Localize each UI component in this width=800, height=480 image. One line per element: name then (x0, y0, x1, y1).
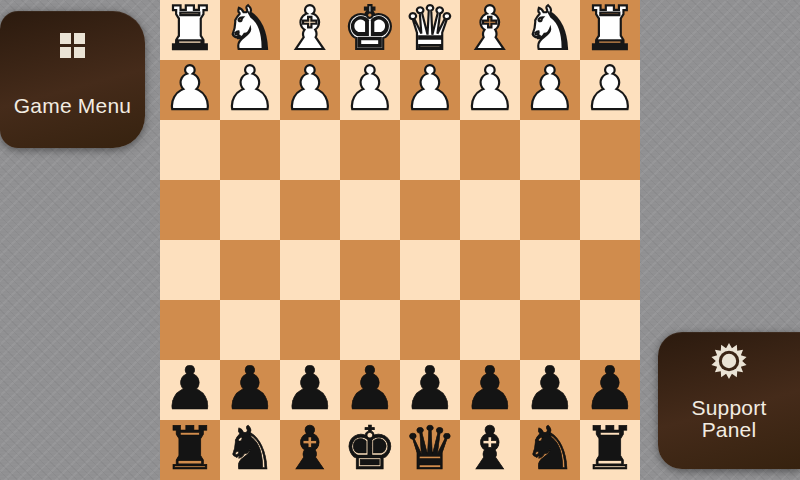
sun-icon (711, 343, 747, 379)
piece-bP: ♟ (463, 358, 517, 418)
square-h5[interactable] (160, 240, 220, 300)
square-f2[interactable]: ♟ (280, 60, 340, 120)
piece-wP: ♟ (403, 58, 457, 118)
square-g2[interactable]: ♟ (220, 60, 280, 120)
piece-wK: ♚ (343, 0, 397, 58)
grid-menu-icon (60, 33, 85, 58)
square-c7[interactable]: ♟ (460, 360, 520, 420)
square-f5[interactable] (280, 240, 340, 300)
square-c8[interactable]: ♝ (460, 420, 520, 480)
square-g6[interactable] (220, 300, 280, 360)
square-f8[interactable]: ♝ (280, 420, 340, 480)
square-f1[interactable]: ♝ (280, 0, 340, 60)
piece-wB: ♝ (463, 0, 517, 58)
piece-bN: ♞ (223, 418, 277, 478)
piece-wB: ♝ (283, 0, 337, 58)
square-a3[interactable] (580, 120, 640, 180)
square-d7[interactable]: ♟ (400, 360, 460, 420)
square-e3[interactable] (340, 120, 400, 180)
square-h7[interactable]: ♟ (160, 360, 220, 420)
square-a1[interactable]: ♜ (580, 0, 640, 60)
square-a5[interactable] (580, 240, 640, 300)
support-panel-label-line1: Support (692, 397, 767, 419)
app-screen: ♜♞♝♚♛♝♞♜♟♟♟♟♟♟♟♟♟♟♟♟♟♟♟♟♜♞♝♚♛♝♞♜ Game Me… (0, 0, 800, 480)
piece-wP: ♟ (583, 58, 637, 118)
square-g7[interactable]: ♟ (220, 360, 280, 420)
square-b7[interactable]: ♟ (520, 360, 580, 420)
square-e1[interactable]: ♚ (340, 0, 400, 60)
piece-bR: ♜ (583, 418, 637, 478)
square-c1[interactable]: ♝ (460, 0, 520, 60)
chess-board: ♜♞♝♚♛♝♞♜♟♟♟♟♟♟♟♟♟♟♟♟♟♟♟♟♜♞♝♚♛♝♞♜ (160, 0, 640, 480)
square-g5[interactable] (220, 240, 280, 300)
piece-bP: ♟ (343, 358, 397, 418)
piece-bB: ♝ (283, 418, 337, 478)
square-c3[interactable] (460, 120, 520, 180)
piece-bK: ♚ (343, 418, 397, 478)
piece-wP: ♟ (223, 58, 277, 118)
square-e6[interactable] (340, 300, 400, 360)
piece-bP: ♟ (583, 358, 637, 418)
square-d8[interactable]: ♛ (400, 420, 460, 480)
square-d2[interactable]: ♟ (400, 60, 460, 120)
square-e5[interactable] (340, 240, 400, 300)
piece-wN: ♞ (523, 0, 577, 58)
square-g3[interactable] (220, 120, 280, 180)
square-c4[interactable] (460, 180, 520, 240)
support-panel-label: Support Panel (692, 397, 767, 441)
square-h4[interactable] (160, 180, 220, 240)
square-d3[interactable] (400, 120, 460, 180)
square-d4[interactable] (400, 180, 460, 240)
square-g8[interactable]: ♞ (220, 420, 280, 480)
piece-wP: ♟ (523, 58, 577, 118)
square-e7[interactable]: ♟ (340, 360, 400, 420)
piece-wN: ♞ (223, 0, 277, 58)
square-h8[interactable]: ♜ (160, 420, 220, 480)
square-h1[interactable]: ♜ (160, 0, 220, 60)
piece-bP: ♟ (403, 358, 457, 418)
square-f7[interactable]: ♟ (280, 360, 340, 420)
square-d5[interactable] (400, 240, 460, 300)
game-menu-label: Game Menu (14, 95, 131, 117)
square-h3[interactable] (160, 120, 220, 180)
square-g1[interactable]: ♞ (220, 0, 280, 60)
square-a6[interactable] (580, 300, 640, 360)
square-h2[interactable]: ♟ (160, 60, 220, 120)
square-b3[interactable] (520, 120, 580, 180)
square-b6[interactable] (520, 300, 580, 360)
square-b5[interactable] (520, 240, 580, 300)
grid-menu-icon-square (60, 33, 71, 44)
square-b4[interactable] (520, 180, 580, 240)
piece-wQ: ♛ (403, 0, 457, 58)
piece-wR: ♜ (583, 0, 637, 58)
square-c6[interactable] (460, 300, 520, 360)
game-menu-button[interactable]: Game Menu (0, 11, 145, 148)
square-e2[interactable]: ♟ (340, 60, 400, 120)
square-a7[interactable]: ♟ (580, 360, 640, 420)
square-e4[interactable] (340, 180, 400, 240)
square-f6[interactable] (280, 300, 340, 360)
grid-menu-icon-square (74, 47, 85, 58)
square-d1[interactable]: ♛ (400, 0, 460, 60)
grid-menu-icon-square (74, 33, 85, 44)
piece-wR: ♜ (163, 0, 217, 58)
square-a4[interactable] (580, 180, 640, 240)
piece-bP: ♟ (523, 358, 577, 418)
square-c2[interactable]: ♟ (460, 60, 520, 120)
square-b2[interactable]: ♟ (520, 60, 580, 120)
square-d6[interactable] (400, 300, 460, 360)
square-b1[interactable]: ♞ (520, 0, 580, 60)
square-f4[interactable] (280, 180, 340, 240)
square-a2[interactable]: ♟ (580, 60, 640, 120)
piece-bP: ♟ (223, 358, 277, 418)
square-g4[interactable] (220, 180, 280, 240)
piece-bQ: ♛ (403, 418, 457, 478)
piece-wP: ♟ (283, 58, 337, 118)
piece-bN: ♞ (523, 418, 577, 478)
grid-menu-icon-square (60, 47, 71, 58)
square-b8[interactable]: ♞ (520, 420, 580, 480)
support-panel-label-line2: Panel (692, 419, 767, 441)
piece-bP: ♟ (283, 358, 337, 418)
sun-icon-center (722, 354, 736, 368)
square-h6[interactable] (160, 300, 220, 360)
support-panel-button[interactable]: Support Panel (658, 332, 800, 469)
piece-bP: ♟ (163, 358, 217, 418)
square-a8[interactable]: ♜ (580, 420, 640, 480)
piece-wP: ♟ (163, 58, 217, 118)
piece-wP: ♟ (463, 58, 517, 118)
piece-bR: ♜ (163, 418, 217, 478)
piece-wP: ♟ (343, 58, 397, 118)
piece-bB: ♝ (463, 418, 517, 478)
square-f3[interactable] (280, 120, 340, 180)
square-c5[interactable] (460, 240, 520, 300)
square-e8[interactable]: ♚ (340, 420, 400, 480)
